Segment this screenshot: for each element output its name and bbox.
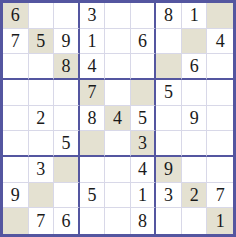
cell-r7c7: 9 <box>156 157 182 183</box>
cell-r8c9: 7 <box>207 183 233 209</box>
cell-r4c8[interactable] <box>182 80 208 106</box>
cell-r8c2[interactable] <box>29 183 55 209</box>
cell-r8c8: 2 <box>182 183 208 209</box>
sudoku-puzzle: 63817591648467528459533499513277681 <box>0 0 236 237</box>
cell-r8c5[interactable] <box>105 183 131 209</box>
cell-r6c2[interactable] <box>29 131 55 157</box>
cell-r4c7: 5 <box>156 80 182 106</box>
cell-r4c6[interactable] <box>131 80 157 106</box>
cell-r3c5[interactable] <box>105 54 131 80</box>
cell-r9c7[interactable] <box>156 208 182 234</box>
cell-r2c8[interactable] <box>182 29 208 55</box>
cell-r7c1[interactable] <box>3 157 29 183</box>
cell-r7c4[interactable] <box>80 157 106 183</box>
cell-r2c7[interactable] <box>156 29 182 55</box>
cell-r6c8[interactable] <box>182 131 208 157</box>
cell-r8c4: 5 <box>80 183 106 209</box>
cell-r2c4: 1 <box>80 29 106 55</box>
cell-r1c3[interactable] <box>54 3 80 29</box>
cell-r6c6: 3 <box>131 131 157 157</box>
cell-r9c6: 8 <box>131 208 157 234</box>
cell-r4c4: 7 <box>80 80 106 106</box>
cell-r4c1[interactable] <box>3 80 29 106</box>
cell-r3c2[interactable] <box>29 54 55 80</box>
cell-r5c7[interactable] <box>156 106 182 132</box>
cell-r4c2[interactable] <box>29 80 55 106</box>
cell-r4c5[interactable] <box>105 80 131 106</box>
cell-r5c2: 2 <box>29 106 55 132</box>
cell-r6c5[interactable] <box>105 131 131 157</box>
cell-r9c3: 6 <box>54 208 80 234</box>
cell-r7c3[interactable] <box>54 157 80 183</box>
cell-r4c3[interactable] <box>54 80 80 106</box>
cell-r2c3: 9 <box>54 29 80 55</box>
cell-r9c5[interactable] <box>105 208 131 234</box>
cell-r2c1: 7 <box>3 29 29 55</box>
cell-r5c5: 4 <box>105 106 131 132</box>
cell-r1c1: 6 <box>3 3 29 29</box>
cell-r7c8[interactable] <box>182 157 208 183</box>
cell-r9c8[interactable] <box>182 208 208 234</box>
cell-r3c6[interactable] <box>131 54 157 80</box>
cell-r6c3: 5 <box>54 131 80 157</box>
cell-r6c9[interactable] <box>207 131 233 157</box>
cell-r8c3[interactable] <box>54 183 80 209</box>
cell-r6c4[interactable] <box>80 131 106 157</box>
cell-r6c1[interactable] <box>3 131 29 157</box>
cell-r3c7[interactable] <box>156 54 182 80</box>
cell-r7c6: 4 <box>131 157 157 183</box>
cell-r7c5[interactable] <box>105 157 131 183</box>
cell-r1c2[interactable] <box>29 3 55 29</box>
cell-r1c5[interactable] <box>105 3 131 29</box>
sudoku-board: 63817591648467528459533499513277681 <box>0 0 236 237</box>
cell-r9c2: 7 <box>29 208 55 234</box>
cell-r2c9: 4 <box>207 29 233 55</box>
cell-r3c1[interactable] <box>3 54 29 80</box>
cell-r8c6: 1 <box>131 183 157 209</box>
cell-r9c9: 1 <box>207 208 233 234</box>
cell-r7c2: 3 <box>29 157 55 183</box>
cell-r5c6: 5 <box>131 106 157 132</box>
cell-r9c1[interactable] <box>3 208 29 234</box>
cell-r4c9[interactable] <box>207 80 233 106</box>
cell-r9c4[interactable] <box>80 208 106 234</box>
cell-r2c6: 6 <box>131 29 157 55</box>
cell-r1c4: 3 <box>80 3 106 29</box>
cell-r5c8: 9 <box>182 106 208 132</box>
cell-r6c7[interactable] <box>156 131 182 157</box>
cell-r5c9[interactable] <box>207 106 233 132</box>
cell-r3c4: 4 <box>80 54 106 80</box>
cell-r1c7: 8 <box>156 3 182 29</box>
cell-r2c2: 5 <box>29 29 55 55</box>
cell-r3c3: 8 <box>54 54 80 80</box>
cell-r5c4: 8 <box>80 106 106 132</box>
cell-r3c8: 6 <box>182 54 208 80</box>
cell-r8c7: 3 <box>156 183 182 209</box>
cell-r5c3[interactable] <box>54 106 80 132</box>
cell-r1c8: 1 <box>182 3 208 29</box>
cell-r1c6[interactable] <box>131 3 157 29</box>
cell-r3c9[interactable] <box>207 54 233 80</box>
cell-r8c1: 9 <box>3 183 29 209</box>
cell-r5c1[interactable] <box>3 106 29 132</box>
cell-r1c9[interactable] <box>207 3 233 29</box>
cell-r7c9[interactable] <box>207 157 233 183</box>
cell-r2c5[interactable] <box>105 29 131 55</box>
